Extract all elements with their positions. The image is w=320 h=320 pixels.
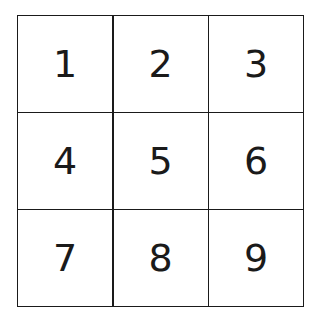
grid-cell-r3c3: 9 xyxy=(209,210,303,306)
grid-cell-r1c3: 3 xyxy=(209,16,303,112)
grid-cell-r3c1: 7 xyxy=(18,210,112,306)
grid-cell-r2c1: 4 xyxy=(18,113,112,209)
grid-cell-r2c2: 5 xyxy=(114,113,208,209)
grid-cell-r1c1: 1 xyxy=(18,16,112,112)
grid-cell-r1c2: 2 xyxy=(114,16,208,112)
grid-board: 1 2 3 4 5 6 7 8 9 xyxy=(17,15,304,307)
grid-cell-r2c3: 6 xyxy=(209,113,303,209)
grid-cell-r3c2: 8 xyxy=(114,210,208,306)
